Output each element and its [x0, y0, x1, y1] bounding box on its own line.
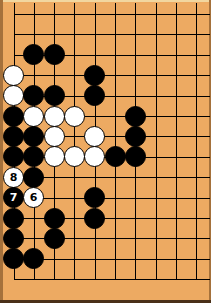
move-6-stone: 6: [23, 187, 44, 208]
black-stone: [23, 44, 44, 65]
grid-line-horizontal: [14, 34, 210, 35]
black-stone: [125, 146, 146, 167]
black-stone: [44, 208, 65, 229]
go-diagram: 876: [0, 0, 211, 303]
white-stone: [64, 106, 85, 127]
black-stone: [23, 248, 44, 269]
white-stone: [84, 146, 105, 167]
white-stone: [3, 85, 24, 106]
black-stone: [84, 65, 105, 86]
black-stone: [23, 146, 44, 167]
black-stone: [84, 208, 105, 229]
black-stone: [3, 208, 24, 229]
grid-line-horizontal: [14, 75, 210, 76]
black-stone: [3, 146, 24, 167]
black-stone: [125, 106, 146, 127]
black-stone: [3, 106, 24, 127]
move-7-stone: 7: [3, 187, 24, 208]
black-stone: [23, 167, 44, 188]
white-stone: [44, 146, 65, 167]
move-8-stone: 8: [3, 167, 24, 188]
grid-line-horizontal: [14, 279, 210, 280]
black-stone: [84, 187, 105, 208]
white-stone: [64, 146, 85, 167]
black-stone: [44, 44, 65, 65]
black-stone: [105, 146, 126, 167]
black-stone: [44, 85, 65, 106]
black-stone: [3, 228, 24, 249]
white-stone: [44, 126, 65, 147]
black-stone: [23, 126, 44, 147]
board-border-top: [0, 0, 211, 2]
grid-line-horizontal: [14, 14, 210, 15]
white-stone: [3, 65, 24, 86]
black-stone: [84, 85, 105, 106]
black-stone: [23, 85, 44, 106]
black-stone: [3, 126, 24, 147]
white-stone: [23, 106, 44, 127]
black-stone: [125, 126, 146, 147]
white-stone: [44, 106, 65, 127]
white-stone: [84, 126, 105, 147]
board-border-right: [209, 0, 211, 303]
black-stone: [44, 228, 65, 249]
black-stone: [3, 248, 24, 269]
